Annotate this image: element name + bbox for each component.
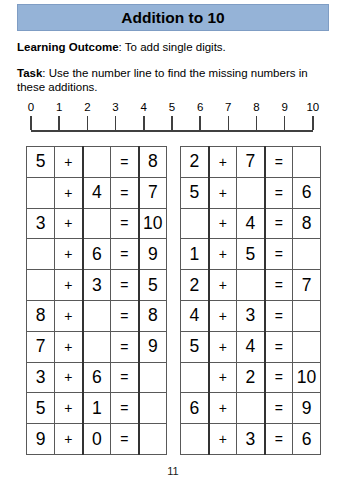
tick-label: 9 xyxy=(281,101,287,114)
tick-mark xyxy=(171,116,173,130)
sum-row: 3+=10 xyxy=(27,208,167,239)
tick-label: 6 xyxy=(197,101,203,114)
answer-blank-cell xyxy=(237,177,265,208)
number-cell: 8 xyxy=(139,300,167,331)
number-line-axis xyxy=(31,130,313,132)
number-cell: 5 xyxy=(139,270,167,301)
number-cell: 2 xyxy=(181,147,209,178)
plus-operator-cell: + xyxy=(209,300,237,331)
equals-sign-cell: = xyxy=(111,300,139,331)
plus-operator-cell: + xyxy=(209,239,237,270)
number-line-tick-5: 5 xyxy=(165,101,179,130)
equals-sign-cell: = xyxy=(265,362,293,393)
sum-row: +2=10 xyxy=(181,362,321,393)
number-cell: 5 xyxy=(27,393,55,424)
addition-tables: 5+=8+4=73+=10+6=9+3=58+=87+=93+6=5+1=9+0… xyxy=(26,146,318,455)
answer-blank-cell xyxy=(83,331,111,362)
sum-row: 5+=6 xyxy=(181,177,321,208)
plus-operator-cell: + xyxy=(55,208,83,239)
number-line-tick-0: 0 xyxy=(24,101,38,130)
equals-sign-cell: = xyxy=(111,177,139,208)
number-line-ticks: 012345678910 xyxy=(24,101,320,130)
sum-row: 5+=8 xyxy=(27,147,167,178)
number-cell: 3 xyxy=(27,208,55,239)
number-cell: 2 xyxy=(181,270,209,301)
number-cell: 3 xyxy=(83,270,111,301)
number-cell: 8 xyxy=(139,147,167,178)
sum-row: 2+7= xyxy=(181,147,321,178)
page-number: 11 xyxy=(17,465,329,477)
number-line: 012345678910 xyxy=(24,101,320,132)
number-line-tick-2: 2 xyxy=(80,101,94,130)
tick-label: 3 xyxy=(112,101,118,114)
equals-sign-cell: = xyxy=(111,424,139,455)
page-title-text: Addition to 10 xyxy=(121,9,224,26)
number-cell: 9 xyxy=(139,239,167,270)
sum-row: 5+4= xyxy=(181,331,321,362)
number-cell: 4 xyxy=(237,208,265,239)
sum-row: +6=9 xyxy=(27,239,167,270)
plus-operator-cell: + xyxy=(209,393,237,424)
answer-blank-cell xyxy=(293,300,321,331)
tick-label: 10 xyxy=(306,101,319,114)
answer-blank-cell xyxy=(27,177,55,208)
equals-sign-cell: = xyxy=(111,270,139,301)
sum-row: 2+=7 xyxy=(181,270,321,301)
answer-blank-cell xyxy=(181,424,209,455)
number-cell: 9 xyxy=(139,331,167,362)
number-cell: 5 xyxy=(181,331,209,362)
equals-sign-cell: = xyxy=(111,147,139,178)
number-cell: 8 xyxy=(27,300,55,331)
plus-operator-cell: + xyxy=(209,362,237,393)
answer-blank-cell xyxy=(27,239,55,270)
task-label: Task xyxy=(17,67,42,79)
number-cell: 3 xyxy=(237,424,265,455)
learning-outcome-label: Learning Outcome xyxy=(17,41,119,53)
number-cell: 8 xyxy=(293,208,321,239)
equals-sign-cell: = xyxy=(265,424,293,455)
equals-sign-cell: = xyxy=(111,362,139,393)
plus-operator-cell: + xyxy=(209,331,237,362)
number-cell: 3 xyxy=(237,300,265,331)
sum-row: +3=5 xyxy=(27,270,167,301)
tick-mark xyxy=(143,116,145,130)
plus-operator-cell: + xyxy=(55,147,83,178)
sum-row: 7+=9 xyxy=(27,331,167,362)
equals-sign-cell: = xyxy=(265,208,293,239)
worksheet-page: Addition to 10 Learning Outcome: To add … xyxy=(0,0,346,477)
answer-blank-cell xyxy=(237,270,265,301)
answer-blank-cell xyxy=(83,300,111,331)
sum-row: 6+=9 xyxy=(181,393,321,424)
equals-sign-cell: = xyxy=(111,393,139,424)
number-cell: 7 xyxy=(139,177,167,208)
tick-label: 8 xyxy=(253,101,259,114)
plus-operator-cell: + xyxy=(209,208,237,239)
equals-sign-cell: = xyxy=(265,177,293,208)
answer-blank-cell xyxy=(83,147,111,178)
number-cell: 10 xyxy=(293,362,321,393)
plus-operator-cell: + xyxy=(209,147,237,178)
number-cell: 4 xyxy=(181,300,209,331)
number-cell: 10 xyxy=(139,208,167,239)
equals-sign-cell: = xyxy=(265,393,293,424)
equals-sign-cell: = xyxy=(265,147,293,178)
plus-operator-cell: + xyxy=(209,424,237,455)
sum-row: 9+0= xyxy=(27,424,167,455)
plus-operator-cell: + xyxy=(55,270,83,301)
number-cell: 7 xyxy=(237,147,265,178)
tick-mark xyxy=(228,116,230,130)
equals-sign-cell: = xyxy=(111,239,139,270)
answer-blank-cell xyxy=(139,362,167,393)
number-cell: 0 xyxy=(83,424,111,455)
answer-blank-cell xyxy=(293,239,321,270)
sum-row: +4=8 xyxy=(181,208,321,239)
number-cell: 5 xyxy=(27,147,55,178)
plus-operator-cell: + xyxy=(209,270,237,301)
number-line-tick-9: 9 xyxy=(278,101,292,130)
task-line: Task: Use the number line to find the mi… xyxy=(17,66,323,94)
number-line-tick-8: 8 xyxy=(250,101,264,130)
number-line-tick-4: 4 xyxy=(137,101,151,130)
tick-mark xyxy=(87,116,89,130)
number-line-tick-3: 3 xyxy=(109,101,123,130)
number-cell: 5 xyxy=(237,239,265,270)
answer-blank-cell xyxy=(293,331,321,362)
number-cell: 5 xyxy=(181,177,209,208)
plus-operator-cell: + xyxy=(55,362,83,393)
tick-label: 4 xyxy=(141,101,147,114)
plus-operator-cell: + xyxy=(55,177,83,208)
equals-sign-cell: = xyxy=(111,208,139,239)
answer-blank-cell xyxy=(139,393,167,424)
sum-row: 8+=8 xyxy=(27,300,167,331)
number-cell: 4 xyxy=(83,177,111,208)
tick-label: 5 xyxy=(169,101,175,114)
answer-blank-cell xyxy=(181,208,209,239)
plus-operator-cell: + xyxy=(55,424,83,455)
addition-table-left: 5+=8+4=73+=10+6=9+3=58+=87+=93+6=5+1=9+0… xyxy=(26,146,167,455)
number-line-tick-6: 6 xyxy=(193,101,207,130)
page-title: Addition to 10 xyxy=(17,4,329,31)
sum-row: +3=6 xyxy=(181,424,321,455)
plus-operator-cell: + xyxy=(209,177,237,208)
answer-blank-cell xyxy=(83,208,111,239)
plus-operator-cell: + xyxy=(55,393,83,424)
number-cell: 9 xyxy=(293,393,321,424)
number-cell: 1 xyxy=(181,239,209,270)
addition-table-right: 2+7=5+=6+4=81+5=2+=74+3=5+4=+2=106+=9+3=… xyxy=(180,146,321,455)
equals-sign-cell: = xyxy=(265,270,293,301)
answer-blank-cell xyxy=(293,147,321,178)
equals-sign-cell: = xyxy=(265,331,293,362)
number-cell: 2 xyxy=(237,362,265,393)
sum-row: 4+3= xyxy=(181,300,321,331)
tick-label: 7 xyxy=(225,101,231,114)
tick-label: 2 xyxy=(84,101,90,114)
tick-mark xyxy=(30,116,32,130)
tick-mark xyxy=(312,116,314,130)
learning-outcome-line: Learning Outcome: To add single digits. xyxy=(17,40,329,54)
tick-mark xyxy=(58,116,60,130)
number-cell: 7 xyxy=(293,270,321,301)
tick-label: 1 xyxy=(56,101,62,114)
number-cell: 6 xyxy=(83,239,111,270)
number-line-tick-1: 1 xyxy=(52,101,66,130)
plus-operator-cell: + xyxy=(55,239,83,270)
plus-operator-cell: + xyxy=(55,331,83,362)
answer-blank-cell xyxy=(181,362,209,393)
number-cell: 7 xyxy=(27,331,55,362)
number-cell: 6 xyxy=(293,177,321,208)
answer-blank-cell xyxy=(237,393,265,424)
task-text: : Use the number line to find the missin… xyxy=(17,67,308,93)
number-cell: 6 xyxy=(181,393,209,424)
learning-outcome-text: : To add single digits. xyxy=(119,41,226,53)
number-cell: 9 xyxy=(27,424,55,455)
tick-mark xyxy=(199,116,201,130)
equals-sign-cell: = xyxy=(111,331,139,362)
tick-label: 0 xyxy=(28,101,34,114)
sum-row: 1+5= xyxy=(181,239,321,270)
equals-sign-cell: = xyxy=(265,239,293,270)
tick-mark xyxy=(284,116,286,130)
equals-sign-cell: = xyxy=(265,300,293,331)
number-cell: 6 xyxy=(83,362,111,393)
number-cell: 6 xyxy=(293,424,321,455)
number-cell: 3 xyxy=(27,362,55,393)
number-cell: 4 xyxy=(237,331,265,362)
answer-blank-cell xyxy=(27,270,55,301)
sum-row: +4=7 xyxy=(27,177,167,208)
sum-row: 5+1= xyxy=(27,393,167,424)
number-line-tick-7: 7 xyxy=(221,101,235,130)
number-line-tick-10: 10 xyxy=(306,101,320,130)
tick-mark xyxy=(115,116,117,130)
sum-row: 3+6= xyxy=(27,362,167,393)
number-cell: 1 xyxy=(83,393,111,424)
tick-mark xyxy=(256,116,258,130)
answer-blank-cell xyxy=(139,424,167,455)
plus-operator-cell: + xyxy=(55,300,83,331)
